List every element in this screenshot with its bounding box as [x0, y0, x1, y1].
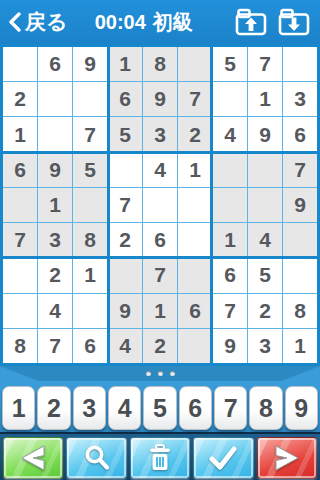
cell-r2c1[interactable]: 2 — [3, 82, 37, 116]
cell-r4c4[interactable] — [108, 153, 142, 187]
cell-r2c7[interactable] — [213, 82, 247, 116]
sudoku-grid: 6918572697131753249669541717973826142176… — [3, 47, 317, 363]
prev-button[interactable] — [3, 437, 63, 479]
cell-r7c8[interactable]: 5 — [248, 258, 282, 292]
cell-r1c8[interactable]: 7 — [248, 47, 282, 81]
cell-r5c5[interactable] — [143, 188, 177, 222]
cell-r5c4[interactable]: 7 — [108, 188, 142, 222]
keypad-tray-handle[interactable] — [0, 366, 320, 386]
box-divider-vertical — [210, 47, 213, 363]
cell-r8c3[interactable] — [73, 294, 107, 328]
cell-r7c3[interactable]: 1 — [73, 258, 107, 292]
cell-r9c3[interactable]: 6 — [73, 329, 107, 363]
key-2[interactable]: 2 — [37, 386, 70, 430]
cell-r4c8[interactable] — [248, 153, 282, 187]
cell-r7c5[interactable]: 7 — [143, 258, 177, 292]
cell-r3c3[interactable]: 7 — [73, 117, 107, 151]
cell-r3c4[interactable]: 5 — [108, 117, 142, 151]
cell-r4c6[interactable]: 1 — [178, 153, 212, 187]
load-button[interactable] — [276, 7, 312, 37]
cell-r7c4[interactable] — [108, 258, 142, 292]
cell-r4c1[interactable]: 6 — [3, 153, 37, 187]
key-1[interactable]: 1 — [2, 386, 35, 430]
box-divider-vertical — [107, 47, 110, 363]
cell-r3c7[interactable]: 4 — [213, 117, 247, 151]
cell-r2c5[interactable]: 9 — [143, 82, 177, 116]
cell-r2c8[interactable]: 1 — [248, 82, 282, 116]
checkmark-icon — [207, 444, 239, 472]
chevron-left-icon — [8, 12, 21, 32]
cell-r2c3[interactable] — [73, 82, 107, 116]
cell-r9c8[interactable]: 3 — [248, 329, 282, 363]
cell-r8c5[interactable]: 1 — [143, 294, 177, 328]
search-button[interactable] — [66, 437, 126, 479]
check-button[interactable] — [193, 437, 253, 479]
cell-r2c6[interactable]: 7 — [178, 82, 212, 116]
cell-r6c7[interactable]: 1 — [213, 223, 247, 257]
cell-r3c5[interactable]: 3 — [143, 117, 177, 151]
cell-r6c8[interactable]: 4 — [248, 223, 282, 257]
cell-r8c9[interactable]: 8 — [283, 294, 317, 328]
cell-r2c4[interactable]: 6 — [108, 82, 142, 116]
drag-handle-dots-icon — [0, 371, 320, 376]
cell-r1c3[interactable]: 9 — [73, 47, 107, 81]
cell-r1c9[interactable] — [283, 47, 317, 81]
cell-r8c6[interactable]: 6 — [178, 294, 212, 328]
key-4[interactable]: 4 — [108, 386, 141, 430]
cell-r9c4[interactable]: 4 — [108, 329, 142, 363]
cell-r5c9[interactable]: 9 — [283, 188, 317, 222]
header-status: 00:04 初級 — [62, 9, 227, 36]
cell-r6c5[interactable]: 6 — [143, 223, 177, 257]
cell-r6c1[interactable]: 7 — [3, 223, 37, 257]
cell-r9c9[interactable]: 1 — [283, 329, 317, 363]
cell-r3c6[interactable]: 2 — [178, 117, 212, 151]
arrow-right-icon — [270, 443, 304, 473]
cell-r1c4[interactable]: 1 — [108, 47, 142, 81]
save-button[interactable] — [233, 7, 269, 37]
key-6[interactable]: 6 — [179, 386, 212, 430]
cell-r3c8[interactable]: 9 — [248, 117, 282, 151]
cell-r5c1[interactable] — [3, 188, 37, 222]
cell-r7c9[interactable] — [283, 258, 317, 292]
cell-r1c6[interactable] — [178, 47, 212, 81]
cell-r4c9[interactable]: 7 — [283, 153, 317, 187]
cell-r9c2[interactable]: 7 — [38, 329, 72, 363]
magnifier-icon — [82, 443, 112, 473]
cell-r8c2[interactable]: 4 — [38, 294, 72, 328]
cell-r4c7[interactable] — [213, 153, 247, 187]
sudoku-app-screen: 戻る 00:04 初級 6918572697131753249669541717… — [0, 0, 320, 480]
cell-r3c2[interactable] — [38, 117, 72, 151]
next-button[interactable] — [257, 437, 317, 479]
cell-r2c9[interactable]: 3 — [283, 82, 317, 116]
key-7[interactable]: 7 — [214, 386, 247, 430]
cell-r7c2[interactable]: 2 — [38, 258, 72, 292]
cell-r4c3[interactable]: 5 — [73, 153, 107, 187]
cell-r7c6[interactable] — [178, 258, 212, 292]
cell-r5c6[interactable] — [178, 188, 212, 222]
cell-r1c2[interactable]: 6 — [38, 47, 72, 81]
sudoku-board: 6918572697131753249669541717973826142176… — [0, 44, 320, 366]
trash-icon — [146, 443, 174, 473]
arrow-left-icon — [16, 443, 50, 473]
cell-r8c7[interactable]: 7 — [213, 294, 247, 328]
cell-r9c5[interactable]: 2 — [143, 329, 177, 363]
level-text: 初級 — [153, 9, 193, 36]
cell-r4c2[interactable]: 9 — [38, 153, 72, 187]
cell-r5c3[interactable] — [73, 188, 107, 222]
cell-r6c9[interactable] — [283, 223, 317, 257]
cell-r6c3[interactable]: 8 — [73, 223, 107, 257]
folder-arrow-down-icon — [278, 8, 310, 36]
header-bar: 戻る 00:04 初級 — [0, 0, 320, 44]
cell-r1c7[interactable]: 5 — [213, 47, 247, 81]
box-divider-horizontal — [3, 151, 317, 154]
cell-r9c6[interactable] — [178, 329, 212, 363]
bottom-toolbar — [0, 432, 320, 480]
number-keypad: 123456789 — [0, 386, 320, 432]
cell-r8c8[interactable]: 2 — [248, 294, 282, 328]
erase-button[interactable] — [130, 437, 190, 479]
cell-r5c8[interactable] — [248, 188, 282, 222]
cell-r5c2[interactable]: 1 — [38, 188, 72, 222]
cell-r6c6[interactable] — [178, 223, 212, 257]
key-9[interactable]: 9 — [285, 386, 318, 430]
cell-r3c1[interactable]: 1 — [3, 117, 37, 151]
cell-r9c1[interactable]: 8 — [3, 329, 37, 363]
cell-r5c7[interactable] — [213, 188, 247, 222]
cell-r6c4[interactable]: 2 — [108, 223, 142, 257]
key-8[interactable]: 8 — [249, 386, 282, 430]
cell-r3c9[interactable]: 6 — [283, 117, 317, 151]
cell-r2c2[interactable] — [38, 82, 72, 116]
cell-r7c7[interactable]: 6 — [213, 258, 247, 292]
cell-r1c1[interactable] — [3, 47, 37, 81]
key-5[interactable]: 5 — [143, 386, 176, 430]
cell-r8c1[interactable] — [3, 294, 37, 328]
cell-r1c5[interactable]: 8 — [143, 47, 177, 81]
folder-arrow-up-icon — [235, 8, 267, 36]
cell-r6c2[interactable]: 3 — [38, 223, 72, 257]
box-divider-horizontal — [3, 256, 317, 259]
back-button[interactable]: 戻る — [8, 8, 68, 36]
timer-text: 00:04 — [95, 11, 146, 34]
cell-r7c1[interactable] — [3, 258, 37, 292]
cell-r8c4[interactable]: 9 — [108, 294, 142, 328]
key-3[interactable]: 3 — [73, 386, 106, 430]
cell-r4c5[interactable]: 4 — [143, 153, 177, 187]
cell-r9c7[interactable]: 9 — [213, 329, 247, 363]
